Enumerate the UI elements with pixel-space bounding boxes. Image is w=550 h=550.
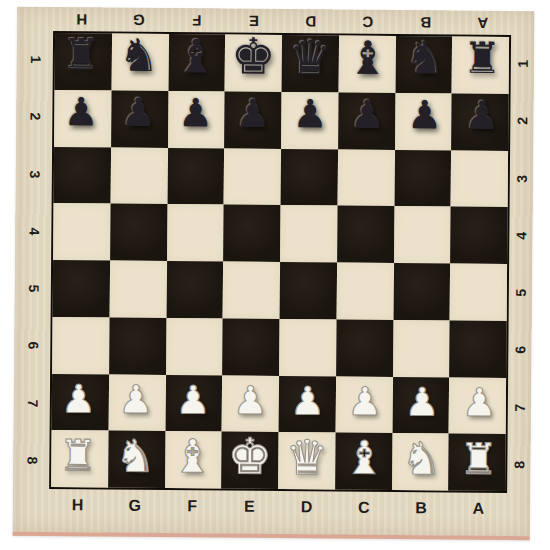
piece-black-pawn-h2[interactable]: ♟ bbox=[63, 93, 98, 132]
piece-white-pawn-e7[interactable]: ♟ bbox=[233, 380, 268, 419]
piece-black-rook-a1[interactable]: ♜ bbox=[463, 37, 502, 80]
piece-white-knight-b8[interactable]: ♞ bbox=[401, 436, 442, 481]
piece-black-knight-g1[interactable]: ♞ bbox=[118, 33, 159, 78]
rank-labels-right: 12345678 bbox=[508, 35, 533, 493]
file-label: G bbox=[106, 490, 164, 522]
file-label: A bbox=[450, 493, 508, 525]
piece-white-pawn-a7[interactable]: ♟ bbox=[462, 382, 497, 421]
piece-black-king-e1[interactable]: ♚ bbox=[231, 31, 276, 81]
piece-black-rook-h1[interactable]: ♜ bbox=[62, 33, 101, 76]
pieces-layer: ♜♞♝♚♛♝♞♜♟♟♟♟♟♟♟♟♟♟♟♟♟♟♟♟♜♞♝♚♛♝♞♜ bbox=[49, 31, 511, 493]
piece-black-bishop-c1[interactable]: ♝ bbox=[347, 34, 389, 80]
piece-white-knight-g8[interactable]: ♞ bbox=[115, 434, 156, 479]
piece-black-pawn-b2[interactable]: ♟ bbox=[407, 96, 442, 135]
piece-black-pawn-f2[interactable]: ♟ bbox=[178, 94, 213, 133]
piece-white-bishop-c8[interactable]: ♝ bbox=[343, 435, 385, 481]
piece-white-pawn-f7[interactable]: ♟ bbox=[175, 380, 210, 419]
rank-labels-left: 12345678 bbox=[18, 31, 51, 489]
file-label: H bbox=[53, 9, 110, 31]
piece-black-pawn-d2[interactable]: ♟ bbox=[292, 95, 327, 134]
piece-white-rook-a8[interactable]: ♜ bbox=[459, 438, 498, 481]
piece-white-pawn-c7[interactable]: ♟ bbox=[347, 381, 382, 420]
piece-black-pawn-g2[interactable]: ♟ bbox=[121, 93, 156, 132]
chess-board: HGFEDCBA HGFEDCBA 12345678 12345678 ♜♞♝♚… bbox=[13, 7, 535, 540]
file-label: B bbox=[392, 492, 450, 524]
file-label: D bbox=[278, 491, 336, 523]
file-label: A bbox=[454, 13, 511, 35]
photo-background: HGFEDCBA HGFEDCBA 12345678 12345678 ♜♞♝♚… bbox=[0, 0, 550, 550]
piece-black-pawn-c2[interactable]: ♟ bbox=[350, 95, 385, 134]
file-label: E bbox=[221, 491, 279, 523]
piece-black-bishop-f1[interactable]: ♝ bbox=[175, 33, 217, 79]
piece-white-bishop-f8[interactable]: ♝ bbox=[172, 433, 214, 479]
file-labels-bottom: HGFEDCBA bbox=[49, 489, 507, 525]
piece-black-queen-d1[interactable]: ♛ bbox=[289, 33, 332, 81]
piece-white-queen-d8[interactable]: ♛ bbox=[285, 433, 328, 481]
file-label: F bbox=[163, 490, 221, 522]
piece-white-pawn-h7[interactable]: ♟ bbox=[61, 379, 96, 418]
piece-white-pawn-b7[interactable]: ♟ bbox=[404, 382, 439, 421]
piece-white-pawn-d7[interactable]: ♟ bbox=[290, 381, 325, 420]
piece-black-knight-b1[interactable]: ♞ bbox=[405, 35, 446, 80]
file-label: H bbox=[49, 489, 107, 521]
piece-black-pawn-e2[interactable]: ♟ bbox=[235, 94, 270, 133]
piece-black-pawn-a2[interactable]: ♟ bbox=[464, 96, 499, 135]
piece-white-rook-h8[interactable]: ♜ bbox=[59, 434, 98, 477]
file-label: C bbox=[335, 492, 393, 524]
piece-white-king-e8[interactable]: ♚ bbox=[227, 432, 272, 482]
piece-white-pawn-g7[interactable]: ♟ bbox=[118, 379, 153, 418]
